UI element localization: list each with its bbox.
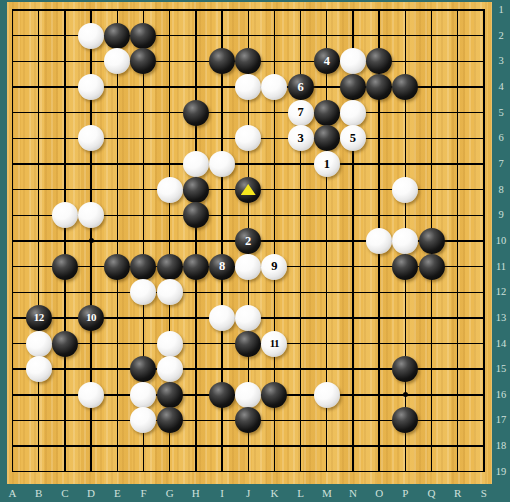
stone-black-E11[interactable] <box>104 254 130 280</box>
stone-black-H8[interactable] <box>183 177 209 203</box>
stone-white-N5[interactable] <box>340 100 366 126</box>
col-label-K: K <box>264 486 284 500</box>
stone-white-J4[interactable] <box>235 74 261 100</box>
stone-black-H11[interactable] <box>183 254 209 280</box>
stone-white-J16[interactable] <box>235 382 261 408</box>
stone-white-C9[interactable] <box>52 202 78 228</box>
stone-black-D13[interactable]: 10 <box>78 305 104 331</box>
stone-white-L6[interactable]: 3 <box>288 125 314 151</box>
row-label-18: 18 <box>492 440 510 452</box>
col-label-O: O <box>369 486 389 500</box>
col-label-Q: Q <box>422 486 442 500</box>
stone-black-Q11[interactable] <box>419 254 445 280</box>
row-label-14: 14 <box>492 338 510 350</box>
stone-white-B14[interactable] <box>26 331 52 357</box>
stone-black-F11[interactable] <box>130 254 156 280</box>
stone-black-G11[interactable] <box>157 254 183 280</box>
stone-white-G14[interactable] <box>157 331 183 357</box>
col-label-R: R <box>448 486 468 500</box>
stone-white-K11[interactable]: 9 <box>261 254 287 280</box>
grid-line-vertical <box>457 9 458 472</box>
row-label-10: 10 <box>492 235 510 247</box>
stone-white-P8[interactable] <box>392 177 418 203</box>
col-label-J: J <box>238 486 258 500</box>
col-label-F: F <box>133 486 153 500</box>
stone-white-G8[interactable] <box>157 177 183 203</box>
col-label-M: M <box>317 486 337 500</box>
stone-white-J11[interactable] <box>235 254 261 280</box>
stone-black-E2[interactable] <box>104 23 130 49</box>
col-label-A: A <box>3 486 23 500</box>
move-number-12: 12 <box>34 312 44 323</box>
row-label-9: 9 <box>492 209 510 221</box>
move-number-5: 5 <box>350 132 356 145</box>
stone-white-K14[interactable]: 11 <box>261 331 287 357</box>
stone-white-I13[interactable] <box>209 305 235 331</box>
move-number-10: 10 <box>86 312 96 323</box>
row-label-13: 13 <box>492 312 510 324</box>
stone-white-J13[interactable] <box>235 305 261 331</box>
stone-black-C14[interactable] <box>52 331 78 357</box>
col-label-S: S <box>474 486 494 500</box>
stone-black-O4[interactable] <box>366 74 392 100</box>
row-label-16: 16 <box>492 389 510 401</box>
row-label-17: 17 <box>492 414 510 426</box>
stone-black-C11[interactable] <box>52 254 78 280</box>
row-label-11: 11 <box>492 261 510 273</box>
row-label-1: 1 <box>492 4 510 16</box>
row-label-6: 6 <box>492 132 510 144</box>
move-number-4: 4 <box>324 55 330 68</box>
col-label-D: D <box>81 486 101 500</box>
stone-white-M16[interactable] <box>314 382 340 408</box>
stone-black-P11[interactable] <box>392 254 418 280</box>
stone-black-M3[interactable]: 4 <box>314 48 340 74</box>
stone-white-I7[interactable] <box>209 151 235 177</box>
grid-line-horizontal <box>12 292 485 293</box>
col-label-P: P <box>395 486 415 500</box>
stone-white-B15[interactable] <box>26 356 52 382</box>
stone-black-M6[interactable] <box>314 125 340 151</box>
stone-black-M5[interactable] <box>314 100 340 126</box>
grid-line-horizontal <box>12 445 485 446</box>
stone-black-N4[interactable] <box>340 74 366 100</box>
move-number-1: 1 <box>324 158 330 171</box>
stone-white-L5[interactable]: 7 <box>288 100 314 126</box>
col-label-N: N <box>343 486 363 500</box>
col-label-I: I <box>212 486 232 500</box>
stone-white-O10[interactable] <box>366 228 392 254</box>
move-number-11: 11 <box>270 338 279 349</box>
stone-black-B13[interactable]: 12 <box>26 305 52 331</box>
stone-black-J10[interactable]: 2 <box>235 228 261 254</box>
stone-black-I11[interactable]: 8 <box>209 254 235 280</box>
row-label-8: 8 <box>492 184 510 196</box>
stone-white-D16[interactable] <box>78 382 104 408</box>
move-number-3: 3 <box>297 132 303 145</box>
move-number-9: 9 <box>271 260 277 273</box>
row-label-5: 5 <box>492 107 510 119</box>
move-number-6: 6 <box>297 81 303 94</box>
stone-black-G16[interactable] <box>157 382 183 408</box>
stone-white-M7[interactable]: 1 <box>314 151 340 177</box>
row-label-2: 2 <box>492 30 510 42</box>
row-label-4: 4 <box>492 81 510 93</box>
stone-black-F2[interactable] <box>130 23 156 49</box>
triangle-marker-icon <box>241 184 256 195</box>
stone-white-G12[interactable] <box>157 279 183 305</box>
go-board-diagram: 467351289121011 ABCDEFGHIJKLMNOPQRS12345… <box>0 0 510 502</box>
move-number-8: 8 <box>219 260 225 273</box>
col-label-E: E <box>107 486 127 500</box>
stone-black-H5[interactable] <box>183 100 209 126</box>
row-label-12: 12 <box>492 286 510 298</box>
stone-black-J14[interactable] <box>235 331 261 357</box>
grid-line-horizontal <box>12 471 485 472</box>
stone-black-I16[interactable] <box>209 382 235 408</box>
stone-black-J8[interactable] <box>235 177 261 203</box>
stone-black-G17[interactable] <box>157 407 183 433</box>
col-label-G: G <box>160 486 180 500</box>
stone-white-D4[interactable] <box>78 74 104 100</box>
stone-white-H7[interactable] <box>183 151 209 177</box>
row-label-19: 19 <box>492 466 510 478</box>
grid-line-vertical <box>483 9 484 472</box>
move-number-2: 2 <box>245 235 251 248</box>
stone-black-H9[interactable] <box>183 202 209 228</box>
stone-white-G15[interactable] <box>157 356 183 382</box>
stone-black-Q10[interactable] <box>419 228 445 254</box>
row-label-3: 3 <box>492 55 510 67</box>
col-label-C: C <box>55 486 75 500</box>
row-label-15: 15 <box>492 363 510 375</box>
col-label-L: L <box>291 486 311 500</box>
row-label-7: 7 <box>492 158 510 170</box>
move-number-7: 7 <box>297 106 303 119</box>
stone-white-D2[interactable] <box>78 23 104 49</box>
col-label-H: H <box>186 486 206 500</box>
col-label-B: B <box>29 486 49 500</box>
stone-black-L4[interactable]: 6 <box>288 74 314 100</box>
